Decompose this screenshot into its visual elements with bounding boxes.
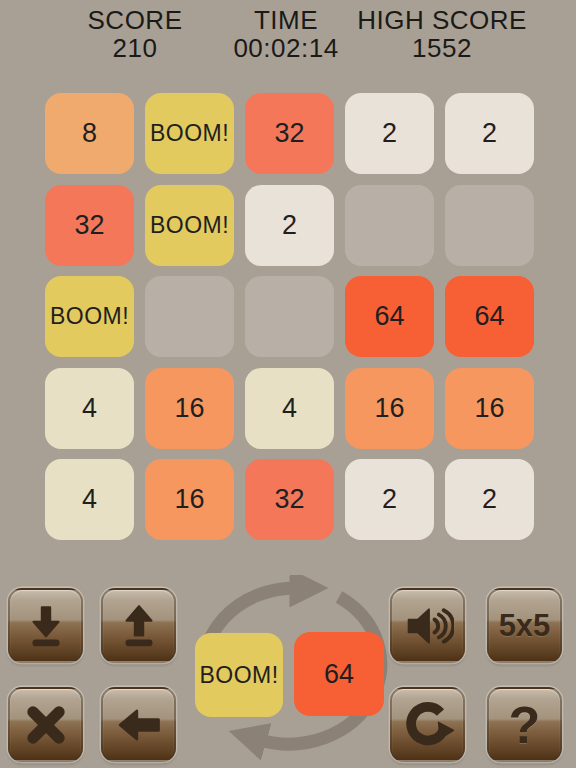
grid-size-label: 5x5 [499, 608, 551, 644]
empty-cell [345, 185, 434, 266]
empty-cell [145, 276, 234, 357]
tile-16: 16 [345, 368, 434, 449]
exchange-tile-64: 64 [294, 632, 384, 716]
tile-4: 4 [245, 368, 334, 449]
question-mark-label: ? [509, 699, 541, 751]
tile-32: 32 [45, 185, 134, 266]
exchange-tile-boom: BOOM! [195, 633, 283, 717]
empty-cell [445, 185, 534, 266]
tile-16: 16 [445, 368, 534, 449]
tile-2: 2 [345, 93, 434, 174]
tile-boom: BOOM! [145, 185, 234, 266]
tile-boom: BOOM! [45, 276, 134, 357]
undo-button[interactable] [101, 687, 176, 762]
highscore-panel: HIGH SCORE 1552 [338, 6, 546, 62]
tile-16: 16 [145, 459, 234, 540]
x-icon [20, 699, 72, 751]
tile-32: 32 [245, 93, 334, 174]
board-grid[interactable]: 8BOOM!322232BOOM!2BOOM!64644164161641632… [45, 93, 534, 540]
highscore-value: 1552 [338, 34, 546, 62]
close-button[interactable] [8, 687, 83, 762]
tile-2: 2 [445, 459, 534, 540]
tile-boom: BOOM! [145, 93, 234, 174]
grid-size-button[interactable]: 5x5 [487, 588, 562, 663]
tile-16: 16 [145, 368, 234, 449]
tile-2: 2 [245, 185, 334, 266]
tile-64: 64 [345, 276, 434, 357]
tile-2: 2 [345, 459, 434, 540]
save-button[interactable] [8, 588, 83, 663]
download-icon [21, 601, 71, 651]
tile-64: 64 [445, 276, 534, 357]
highscore-label: HIGH SCORE [338, 6, 546, 34]
upload-icon [114, 601, 164, 651]
tile-32: 32 [245, 459, 334, 540]
tile-2: 2 [445, 93, 534, 174]
load-button[interactable] [101, 588, 176, 663]
help-button[interactable]: ? [487, 687, 562, 762]
tile-4: 4 [45, 368, 134, 449]
back-arrow-icon [113, 699, 165, 751]
tile-4: 4 [45, 459, 134, 540]
tile-8: 8 [45, 93, 134, 174]
empty-cell [245, 276, 334, 357]
app-background: { "game": "2048 Boom — 5x5 tile-merge pu… [0, 0, 576, 768]
